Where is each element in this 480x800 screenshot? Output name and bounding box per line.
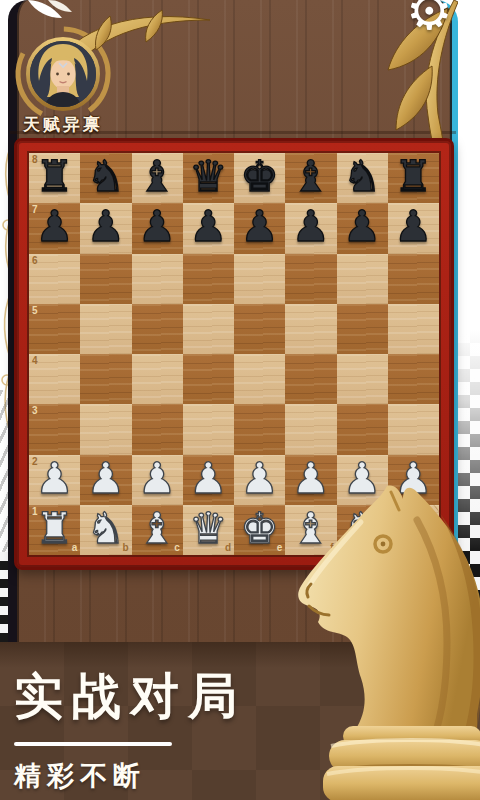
white-pawn[interactable]: ♟ (240, 457, 279, 500)
board-square-h1[interactable]: h♜ (388, 505, 439, 555)
white-pawn[interactable]: ♟ (35, 457, 74, 500)
promo-screenshot: 天赋异禀 ⚙ 8♜♞♝♛♚♝♞♜7♟♟♟♟♟♟♟♟65432♟♟♟♟♟♟♟♟1a… (0, 0, 480, 800)
black-pawn[interactable]: ♟ (240, 205, 279, 248)
black-bishop[interactable]: ♝ (138, 155, 177, 198)
board-square-d5[interactable] (183, 304, 234, 354)
board-square-c5[interactable] (132, 304, 183, 354)
white-rook[interactable]: ♜ (394, 507, 433, 550)
board-square-h7[interactable]: ♟ (388, 203, 439, 253)
board-square-f4[interactable] (285, 354, 336, 404)
black-knight[interactable]: ♞ (343, 155, 382, 198)
board-square-a1[interactable]: 1a♜ (29, 505, 80, 555)
white-bishop[interactable]: ♝ (292, 507, 331, 550)
board-square-g7[interactable]: ♟ (337, 203, 388, 253)
file-label: f (330, 543, 333, 553)
board-square-e3[interactable] (234, 404, 285, 454)
black-pawn[interactable]: ♟ (189, 205, 228, 248)
rank-label: 4 (32, 356, 38, 366)
white-queen[interactable]: ♛ (189, 507, 228, 550)
board-square-d8[interactable]: ♛ (183, 153, 234, 203)
board-square-e8[interactable]: ♚ (234, 153, 285, 203)
board-square-g5[interactable] (337, 304, 388, 354)
white-pawn[interactable]: ♟ (394, 457, 433, 500)
board-square-a8[interactable]: 8♜ (29, 153, 80, 203)
black-king[interactable]: ♚ (240, 155, 279, 198)
black-knight[interactable]: ♞ (87, 155, 126, 198)
board-square-a6[interactable]: 6 (29, 254, 80, 304)
board-square-c7[interactable]: ♟ (132, 203, 183, 253)
white-pawn[interactable]: ♟ (292, 457, 331, 500)
board-square-f8[interactable]: ♝ (285, 153, 336, 203)
white-king[interactable]: ♚ (240, 507, 279, 550)
board-square-c8[interactable]: ♝ (132, 153, 183, 203)
board-square-d7[interactable]: ♟ (183, 203, 234, 253)
board-square-g3[interactable] (337, 404, 388, 454)
white-pawn[interactable]: ♟ (343, 457, 382, 500)
black-pawn[interactable]: ♟ (87, 205, 126, 248)
black-pawn[interactable]: ♟ (394, 205, 433, 248)
white-pawn[interactable]: ♟ (138, 457, 177, 500)
board-square-h6[interactable] (388, 254, 439, 304)
board-square-d4[interactable] (183, 354, 234, 404)
board-square-h8[interactable]: ♜ (388, 153, 439, 203)
board-square-c6[interactable] (132, 254, 183, 304)
board-square-b5[interactable] (80, 304, 131, 354)
player-avatar[interactable] (26, 37, 100, 111)
board-square-h3[interactable] (388, 404, 439, 454)
board-square-e6[interactable] (234, 254, 285, 304)
board-square-d6[interactable] (183, 254, 234, 304)
board-square-e2[interactable]: ♟ (234, 455, 285, 505)
rank-label: 3 (32, 406, 38, 416)
board-square-f7[interactable]: ♟ (285, 203, 336, 253)
board-square-e5[interactable] (234, 304, 285, 354)
board-square-e1[interactable]: e♚ (234, 505, 285, 555)
white-rook[interactable]: ♜ (35, 507, 74, 550)
board-square-b8[interactable]: ♞ (80, 153, 131, 203)
board-square-f1[interactable]: f♝ (285, 505, 336, 555)
board-square-b6[interactable] (80, 254, 131, 304)
board-square-b1[interactable]: b♞ (80, 505, 131, 555)
white-bishop[interactable]: ♝ (138, 507, 177, 550)
board-square-h4[interactable] (388, 354, 439, 404)
board-square-c1[interactable]: c♝ (132, 505, 183, 555)
board-square-d1[interactable]: d♛ (183, 505, 234, 555)
board-square-g2[interactable]: ♟ (337, 455, 388, 505)
board-square-f2[interactable]: ♟ (285, 455, 336, 505)
board-square-f6[interactable] (285, 254, 336, 304)
board-square-b7[interactable]: ♟ (80, 203, 131, 253)
black-pawn[interactable]: ♟ (35, 205, 74, 248)
board-square-g6[interactable] (337, 254, 388, 304)
white-knight[interactable]: ♞ (87, 507, 126, 550)
board-square-a4[interactable]: 4 (29, 354, 80, 404)
promo-title: 实战对局 (14, 664, 246, 730)
rank-label: 6 (32, 256, 38, 266)
board-square-d3[interactable] (183, 404, 234, 454)
black-rook[interactable]: ♜ (35, 155, 74, 198)
board-square-e7[interactable]: ♟ (234, 203, 285, 253)
board-square-b2[interactable]: ♟ (80, 455, 131, 505)
board-square-c3[interactable] (132, 404, 183, 454)
checkerboard-floor-right (457, 330, 480, 648)
board-square-g8[interactable]: ♞ (337, 153, 388, 203)
board-square-h5[interactable] (388, 304, 439, 354)
chess-board: 8♜♞♝♛♚♝♞♜7♟♟♟♟♟♟♟♟65432♟♟♟♟♟♟♟♟1a♜b♞c♝d♛… (27, 151, 441, 557)
board-square-d2[interactable]: ♟ (183, 455, 234, 505)
black-queen[interactable]: ♛ (189, 155, 228, 198)
board-square-f5[interactable] (285, 304, 336, 354)
black-pawn[interactable]: ♟ (292, 205, 331, 248)
white-knight[interactable]: ♞ (343, 507, 382, 550)
rank-label: 5 (32, 306, 38, 316)
promo-divider (14, 742, 172, 746)
board-square-e4[interactable] (234, 354, 285, 404)
promo-subtitle: 精彩不断 (14, 758, 146, 794)
board-square-c2[interactable]: ♟ (132, 455, 183, 505)
board-square-a2[interactable]: 2♟ (29, 455, 80, 505)
white-pawn[interactable]: ♟ (87, 457, 126, 500)
board-square-g4[interactable] (337, 354, 388, 404)
board-square-b3[interactable] (80, 404, 131, 454)
white-pawn[interactable]: ♟ (189, 457, 228, 500)
black-pawn[interactable]: ♟ (343, 205, 382, 248)
player-name-badge: 天赋异禀 (23, 113, 103, 136)
chess-board-frame: 8♜♞♝♛♚♝♞♜7♟♟♟♟♟♟♟♟65432♟♟♟♟♟♟♟♟1a♜b♞c♝d♛… (14, 138, 454, 570)
black-rook[interactable]: ♜ (394, 155, 433, 198)
board-square-a7[interactable]: 7♟ (29, 203, 80, 253)
board-square-a3[interactable]: 3 (29, 404, 80, 454)
black-bishop[interactable]: ♝ (292, 155, 331, 198)
settings-gear-icon[interactable]: ⚙ (406, 0, 453, 41)
board-square-g1[interactable]: g♞ (337, 505, 388, 555)
board-square-c4[interactable] (132, 354, 183, 404)
black-pawn[interactable]: ♟ (138, 205, 177, 248)
board-square-b4[interactable] (80, 354, 131, 404)
board-square-a5[interactable]: 5 (29, 304, 80, 354)
board-square-h2[interactable]: ♟ (388, 455, 439, 505)
board-square-f3[interactable] (285, 404, 336, 454)
